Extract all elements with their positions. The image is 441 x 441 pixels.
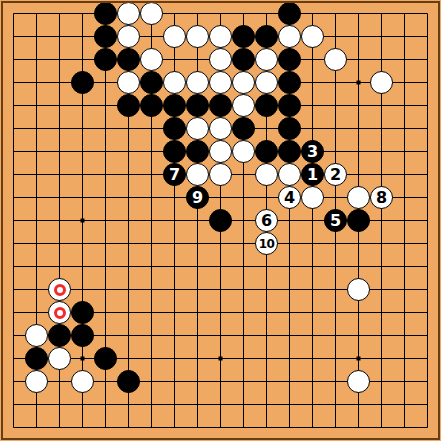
stone-black xyxy=(232,48,255,71)
move-number: 9 xyxy=(192,189,203,205)
stone-white xyxy=(278,163,301,186)
stone-white: 2 xyxy=(324,163,347,186)
stone-black xyxy=(232,25,255,48)
move-number: 6 xyxy=(261,212,272,228)
stone-white xyxy=(71,370,94,393)
stone-white: 8 xyxy=(370,186,393,209)
stone-white xyxy=(163,71,186,94)
stone-black xyxy=(186,140,209,163)
stone-black xyxy=(71,324,94,347)
stone-white xyxy=(186,117,209,140)
stone-black xyxy=(163,94,186,117)
stone-white xyxy=(117,2,140,25)
stone-black xyxy=(255,94,278,117)
stone-black xyxy=(140,94,163,117)
move-number: 1 xyxy=(307,166,318,182)
stone-white xyxy=(209,25,232,48)
stone-white xyxy=(209,117,232,140)
stone-black xyxy=(278,48,301,71)
stone-black xyxy=(163,117,186,140)
stone-white xyxy=(186,71,209,94)
stone-white xyxy=(186,163,209,186)
circle-mark-icon xyxy=(54,307,66,319)
star-point xyxy=(81,357,85,361)
stone-white: 10 xyxy=(255,232,278,255)
stone-white xyxy=(278,25,301,48)
stone-black xyxy=(163,140,186,163)
stone-white xyxy=(25,370,48,393)
circle-mark-icon xyxy=(54,284,66,296)
stone-black xyxy=(140,71,163,94)
stone-black xyxy=(48,324,71,347)
move-number: 5 xyxy=(330,212,341,228)
move-number: 7 xyxy=(169,166,180,182)
stone-white xyxy=(255,48,278,71)
stone-black xyxy=(209,94,232,117)
stone-black: 9 xyxy=(186,186,209,209)
stone-black xyxy=(209,209,232,232)
stone-white xyxy=(209,163,232,186)
stone-black xyxy=(117,48,140,71)
stone-white xyxy=(209,140,232,163)
stone-black xyxy=(278,2,301,25)
stone-white xyxy=(140,2,163,25)
stone-black xyxy=(94,2,117,25)
star-point xyxy=(357,81,361,85)
stone-white xyxy=(232,71,255,94)
stone-black xyxy=(278,140,301,163)
stone-white xyxy=(163,25,186,48)
stone-black xyxy=(186,94,209,117)
stone-black xyxy=(71,71,94,94)
stone-black xyxy=(94,25,117,48)
stone-black xyxy=(232,117,255,140)
stone-black xyxy=(278,71,301,94)
stone-white xyxy=(347,186,370,209)
stone-black xyxy=(255,140,278,163)
stone-black xyxy=(117,370,140,393)
stone-black xyxy=(278,117,301,140)
stone-black xyxy=(278,94,301,117)
stone-black: 3 xyxy=(301,140,324,163)
stone-white xyxy=(324,48,347,71)
stone-black: 7 xyxy=(163,163,186,186)
move-number: 10 xyxy=(259,237,275,249)
stone-white xyxy=(48,301,71,324)
stone-white xyxy=(25,324,48,347)
stone-black xyxy=(71,301,94,324)
move-number: 8 xyxy=(376,189,387,205)
star-point xyxy=(81,219,85,223)
stone-black xyxy=(117,94,140,117)
stone-white xyxy=(140,48,163,71)
stone-black xyxy=(255,25,278,48)
stone-black xyxy=(94,347,117,370)
star-point xyxy=(219,357,223,361)
stone-white: 6 xyxy=(255,209,278,232)
stone-white xyxy=(209,48,232,71)
stone-white xyxy=(255,71,278,94)
stone-black xyxy=(347,209,370,232)
stone-white xyxy=(232,140,255,163)
stone-white xyxy=(48,278,71,301)
stone-black: 5 xyxy=(324,209,347,232)
stone-white xyxy=(301,25,324,48)
stone-white: 4 xyxy=(278,186,301,209)
go-board: 37129486510 xyxy=(0,0,441,441)
stone-white xyxy=(255,163,278,186)
stone-white xyxy=(186,25,209,48)
stone-black xyxy=(94,48,117,71)
stone-white xyxy=(370,71,393,94)
move-number: 2 xyxy=(330,166,341,182)
move-number: 4 xyxy=(284,189,295,205)
stone-black: 1 xyxy=(301,163,324,186)
stone-white xyxy=(232,94,255,117)
star-point xyxy=(357,357,361,361)
stone-white xyxy=(117,71,140,94)
stone-black xyxy=(25,347,48,370)
stone-white xyxy=(347,278,370,301)
stone-white xyxy=(301,186,324,209)
stone-white xyxy=(347,370,370,393)
stone-white xyxy=(117,25,140,48)
stone-white xyxy=(209,71,232,94)
move-number: 3 xyxy=(307,143,318,159)
stone-white xyxy=(48,347,71,370)
